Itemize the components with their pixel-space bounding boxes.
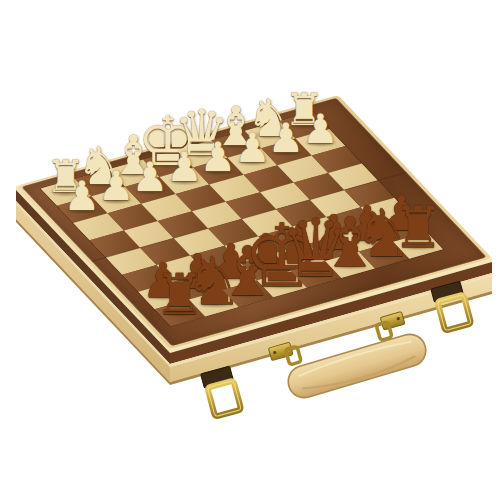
square-a8[interactable]: ♜: [393, 232, 443, 259]
piece-black-rook[interactable]: ♜: [388, 238, 448, 246]
product-photo-scene: ♜♞♝♚♛♝♞♜♟♟♟♟♟♟♟♟♟♟♟♟♟♟♟♟♜♞♝♚♛♝♞♜: [0, 0, 500, 500]
rook-glyph: ♜: [392, 199, 443, 256]
pawn-glyph: ♟: [302, 109, 338, 150]
piece-white-pawn[interactable]: ♟: [290, 134, 350, 142]
brass-latch-left: [201, 366, 242, 417]
